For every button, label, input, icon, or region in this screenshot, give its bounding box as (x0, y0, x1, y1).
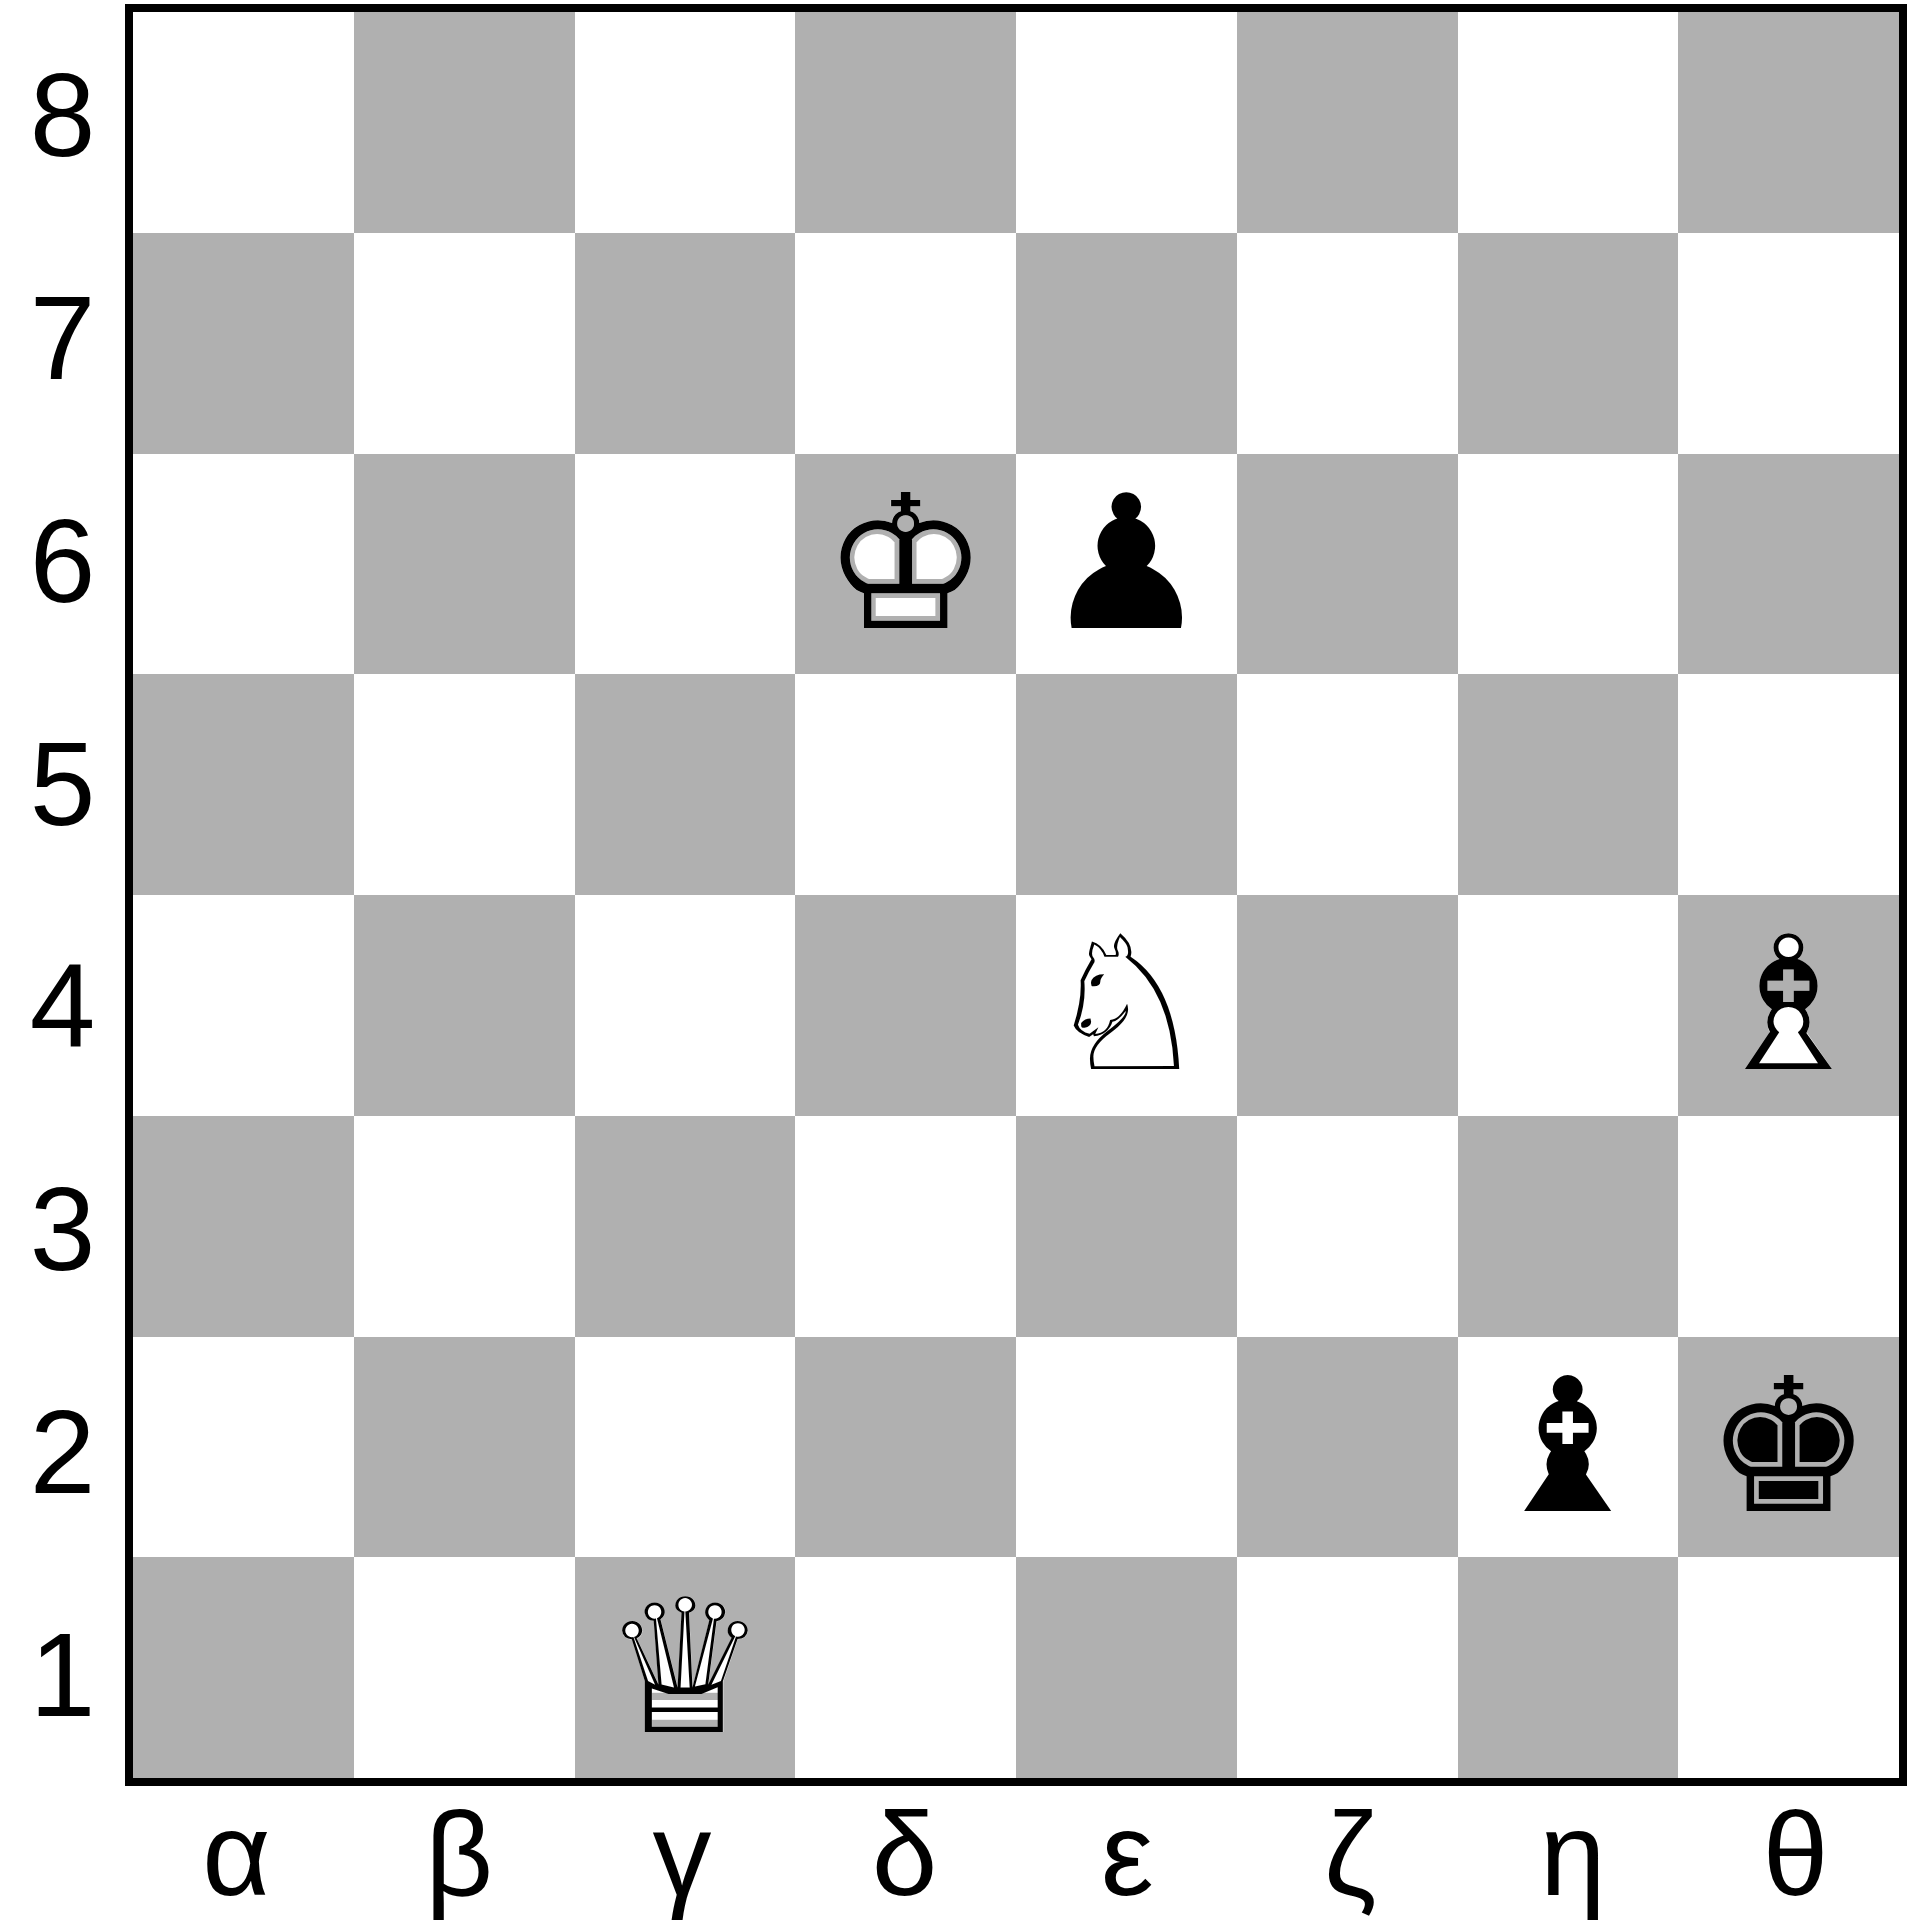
square-d7[interactable] (795, 233, 1016, 454)
rank-label-1: 1 (0, 1563, 125, 1786)
square-e1[interactable] (1016, 1557, 1237, 1778)
file-label-h: θ (1684, 1786, 1907, 1920)
square-d2[interactable] (795, 1337, 1016, 1558)
square-a1[interactable] (133, 1557, 354, 1778)
black-bishop[interactable]: ♝ (1485, 1354, 1652, 1540)
square-f2[interactable] (1237, 1337, 1458, 1558)
square-h7[interactable] (1678, 233, 1899, 454)
rank-label-5: 5 (0, 672, 125, 895)
square-f5[interactable] (1237, 674, 1458, 895)
square-a4[interactable] (133, 895, 354, 1116)
square-f1[interactable] (1237, 1557, 1458, 1778)
square-g1[interactable] (1458, 1557, 1679, 1778)
square-a7[interactable] (133, 233, 354, 454)
black-king[interactable]: ♚ (1705, 1354, 1872, 1540)
chess-diagram: 87654321 ♔♟♘♗♝♚♕ αβγδεζηθ (0, 0, 1920, 1920)
square-e3[interactable] (1016, 1116, 1237, 1337)
square-b1[interactable] (354, 1557, 575, 1778)
square-h3[interactable] (1678, 1116, 1899, 1337)
rank-label-6: 6 (0, 450, 125, 673)
square-h2[interactable]: ♚ (1678, 1337, 1899, 1558)
square-e2[interactable] (1016, 1337, 1237, 1558)
square-d5[interactable] (795, 674, 1016, 895)
square-c5[interactable] (575, 674, 796, 895)
black-pawn[interactable]: ♟ (1043, 471, 1210, 657)
file-label-b: β (348, 1786, 571, 1920)
square-g6[interactable] (1458, 454, 1679, 675)
square-f8[interactable] (1237, 12, 1458, 233)
white-knight[interactable]: ♘ (1043, 912, 1210, 1098)
square-g3[interactable] (1458, 1116, 1679, 1337)
square-e7[interactable] (1016, 233, 1237, 454)
square-g2[interactable]: ♝ (1458, 1337, 1679, 1558)
square-d1[interactable] (795, 1557, 1016, 1778)
square-a3[interactable] (133, 1116, 354, 1337)
rank-label-3: 3 (0, 1118, 125, 1341)
square-h5[interactable] (1678, 674, 1899, 895)
white-bishop[interactable]: ♗ (1705, 912, 1872, 1098)
file-label-a: α (125, 1786, 348, 1920)
square-c2[interactable] (575, 1337, 796, 1558)
square-b3[interactable] (354, 1116, 575, 1337)
square-a8[interactable] (133, 12, 354, 233)
file-label-c: γ (571, 1786, 794, 1920)
square-b6[interactable] (354, 454, 575, 675)
square-c6[interactable] (575, 454, 796, 675)
square-b4[interactable] (354, 895, 575, 1116)
rank-label-4: 4 (0, 895, 125, 1118)
square-c3[interactable] (575, 1116, 796, 1337)
square-b2[interactable] (354, 1337, 575, 1558)
white-bishop-glyph: ♗ (1705, 896, 1872, 1113)
rank-labels: 87654321 (0, 4, 125, 1786)
square-e5[interactable] (1016, 674, 1237, 895)
square-g4[interactable] (1458, 895, 1679, 1116)
square-h6[interactable] (1678, 454, 1899, 675)
square-c7[interactable] (575, 233, 796, 454)
square-h4[interactable]: ♗ (1678, 895, 1899, 1116)
white-king-glyph: ♔ (822, 455, 989, 672)
file-label-f: ζ (1239, 1786, 1462, 1920)
white-queen-glyph: ♕ (602, 1559, 769, 1776)
square-g7[interactable] (1458, 233, 1679, 454)
square-e8[interactable] (1016, 12, 1237, 233)
square-d3[interactable] (795, 1116, 1016, 1337)
square-f4[interactable] (1237, 895, 1458, 1116)
square-d6[interactable]: ♔ (795, 454, 1016, 675)
file-label-e: ε (1016, 1786, 1239, 1920)
square-f7[interactable] (1237, 233, 1458, 454)
square-d8[interactable] (795, 12, 1016, 233)
white-king[interactable]: ♔ (822, 471, 989, 657)
file-label-g: η (1462, 1786, 1685, 1920)
board: ♔♟♘♗♝♚♕ (125, 4, 1907, 1786)
square-g8[interactable] (1458, 12, 1679, 233)
square-f3[interactable] (1237, 1116, 1458, 1337)
file-label-d: δ (793, 1786, 1016, 1920)
square-a6[interactable] (133, 454, 354, 675)
white-queen[interactable]: ♕ (602, 1575, 769, 1761)
square-c4[interactable] (575, 895, 796, 1116)
rank-label-7: 7 (0, 227, 125, 450)
square-b8[interactable] (354, 12, 575, 233)
white-knight-glyph: ♘ (1043, 896, 1210, 1113)
rank-label-8: 8 (0, 4, 125, 227)
rank-label-2: 2 (0, 1341, 125, 1564)
square-c1[interactable]: ♕ (575, 1557, 796, 1778)
square-a5[interactable] (133, 674, 354, 895)
square-g5[interactable] (1458, 674, 1679, 895)
square-h8[interactable] (1678, 12, 1899, 233)
square-e6[interactable]: ♟ (1016, 454, 1237, 675)
square-b5[interactable] (354, 674, 575, 895)
square-e4[interactable]: ♘ (1016, 895, 1237, 1116)
square-f6[interactable] (1237, 454, 1458, 675)
square-c8[interactable] (575, 12, 796, 233)
square-a2[interactable] (133, 1337, 354, 1558)
square-b7[interactable] (354, 233, 575, 454)
square-h1[interactable] (1678, 1557, 1899, 1778)
square-d4[interactable] (795, 895, 1016, 1116)
file-labels: αβγδεζηθ (125, 1786, 1907, 1920)
